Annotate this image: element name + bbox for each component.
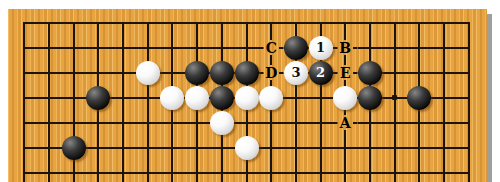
intersection-L18[interactable]: C xyxy=(259,35,284,60)
intersection-H14[interactable] xyxy=(185,135,210,160)
intersection-J17[interactable] xyxy=(210,60,235,85)
intersection-O13[interactable] xyxy=(333,160,358,182)
black-stone xyxy=(210,61,234,85)
intersection-H13[interactable] xyxy=(185,160,210,182)
intersection-R15[interactable] xyxy=(407,110,432,135)
intersection-R14[interactable] xyxy=(407,135,432,160)
intersection-A17[interactable] xyxy=(12,60,37,85)
intersection-R16[interactable] xyxy=(407,85,432,110)
intersection-K17[interactable] xyxy=(234,60,259,85)
intersection-P17[interactable] xyxy=(358,60,383,85)
intersection-K19[interactable] xyxy=(234,10,259,35)
intersection-D15[interactable] xyxy=(86,110,111,135)
intersection-F19[interactable] xyxy=(135,10,160,35)
label-C: C xyxy=(266,40,277,56)
intersection-G18[interactable] xyxy=(160,35,185,60)
intersection-G19[interactable] xyxy=(160,10,185,35)
intersection-Q16[interactable] xyxy=(382,85,407,110)
intersection-F13[interactable] xyxy=(135,160,160,182)
intersection-O18[interactable]: B xyxy=(333,35,358,60)
black-stone xyxy=(407,86,431,110)
intersection-L17[interactable]: D xyxy=(259,60,284,85)
intersection-O15[interactable]: A xyxy=(333,110,358,135)
label-B: B xyxy=(339,40,351,56)
white-stone xyxy=(185,86,209,110)
intersection-A15[interactable] xyxy=(12,110,37,135)
intersection-S16[interactable] xyxy=(432,85,457,110)
black-stone xyxy=(62,136,86,160)
intersection-L13[interactable] xyxy=(259,160,284,182)
intersection-C14[interactable] xyxy=(61,135,86,160)
intersection-O16[interactable] xyxy=(333,85,358,110)
intersection-N16[interactable] xyxy=(308,85,333,110)
intersection-A14[interactable] xyxy=(12,135,37,160)
black-stone xyxy=(358,86,382,110)
intersection-B15[interactable] xyxy=(37,110,62,135)
intersection-A18[interactable] xyxy=(12,35,37,60)
intersection-F17[interactable] xyxy=(135,60,160,85)
label-A: A xyxy=(340,115,351,131)
intersection-T15[interactable] xyxy=(456,110,481,135)
intersection-E15[interactable] xyxy=(111,110,136,135)
intersection-F15[interactable] xyxy=(135,110,160,135)
intersection-S19[interactable] xyxy=(432,10,457,35)
white-stone xyxy=(259,86,283,110)
intersection-L14[interactable] xyxy=(259,135,284,160)
white-stone xyxy=(235,136,259,160)
intersection-B14[interactable] xyxy=(37,135,62,160)
intersection-D14[interactable] xyxy=(86,135,111,160)
intersection-H15[interactable] xyxy=(185,110,210,135)
intersection-Q15[interactable] xyxy=(382,110,407,135)
goban-grid: C1BD32EA xyxy=(12,10,481,182)
intersection-N13[interactable] xyxy=(308,160,333,182)
intersection-P15[interactable] xyxy=(358,110,383,135)
intersection-K18[interactable] xyxy=(234,35,259,60)
intersection-S17[interactable] xyxy=(432,60,457,85)
label-E: E xyxy=(340,65,351,81)
intersection-E17[interactable] xyxy=(111,60,136,85)
intersection-A13[interactable] xyxy=(12,160,37,182)
intersection-B13[interactable] xyxy=(37,160,62,182)
intersection-K15[interactable] xyxy=(234,110,259,135)
intersection-T16[interactable] xyxy=(456,85,481,110)
intersection-M15[interactable] xyxy=(284,110,309,135)
intersection-G16[interactable] xyxy=(160,85,185,110)
black-stone xyxy=(235,61,259,85)
intersection-H17[interactable] xyxy=(185,60,210,85)
intersection-J16[interactable] xyxy=(210,85,235,110)
intersection-P16[interactable] xyxy=(358,85,383,110)
intersection-N18[interactable]: 1 xyxy=(308,35,333,60)
intersection-G15[interactable] xyxy=(160,110,185,135)
intersection-O17[interactable]: E xyxy=(333,60,358,85)
intersection-N14[interactable] xyxy=(308,135,333,160)
intersection-B18[interactable] xyxy=(37,35,62,60)
intersection-J19[interactable] xyxy=(210,10,235,35)
intersection-Q14[interactable] xyxy=(382,135,407,160)
intersection-G14[interactable] xyxy=(160,135,185,160)
intersection-E18[interactable] xyxy=(111,35,136,60)
intersection-A19[interactable] xyxy=(12,10,37,35)
intersection-E16[interactable] xyxy=(111,85,136,110)
intersection-Q13[interactable] xyxy=(382,160,407,182)
intersection-M19[interactable] xyxy=(284,10,309,35)
white-stone xyxy=(235,86,259,110)
intersection-M13[interactable] xyxy=(284,160,309,182)
intersection-M14[interactable] xyxy=(284,135,309,160)
intersection-A16[interactable] xyxy=(12,85,37,110)
intersection-R19[interactable] xyxy=(407,10,432,35)
intersection-J13[interactable] xyxy=(210,160,235,182)
intersection-F18[interactable] xyxy=(135,35,160,60)
intersection-T13[interactable] xyxy=(456,160,481,182)
black-stone xyxy=(210,86,234,110)
intersection-P18[interactable] xyxy=(358,35,383,60)
intersection-C19[interactable] xyxy=(61,10,86,35)
intersection-N17[interactable]: 2 xyxy=(308,60,333,85)
intersection-B19[interactable] xyxy=(37,10,62,35)
intersection-K14[interactable] xyxy=(234,135,259,160)
intersection-T14[interactable] xyxy=(456,135,481,160)
intersection-S14[interactable] xyxy=(432,135,457,160)
intersection-L15[interactable] xyxy=(259,110,284,135)
intersection-S15[interactable] xyxy=(432,110,457,135)
intersection-D18[interactable] xyxy=(86,35,111,60)
intersection-Q18[interactable] xyxy=(382,35,407,60)
intersection-T17[interactable] xyxy=(456,60,481,85)
intersection-K13[interactable] xyxy=(234,160,259,182)
intersection-L16[interactable] xyxy=(259,85,284,110)
white-stone: 3 xyxy=(284,61,308,85)
intersection-M16[interactable] xyxy=(284,85,309,110)
black-stone xyxy=(284,36,308,60)
intersection-L19[interactable] xyxy=(259,10,284,35)
intersection-J18[interactable] xyxy=(210,35,235,60)
intersection-R17[interactable] xyxy=(407,60,432,85)
intersection-E19[interactable] xyxy=(111,10,136,35)
white-stone: 1 xyxy=(309,36,333,60)
intersection-C18[interactable] xyxy=(61,35,86,60)
intersection-O19[interactable] xyxy=(333,10,358,35)
intersection-M18[interactable] xyxy=(284,35,309,60)
intersection-J15[interactable] xyxy=(210,110,235,135)
intersection-S18[interactable] xyxy=(432,35,457,60)
intersection-D16[interactable] xyxy=(86,85,111,110)
intersection-R18[interactable] xyxy=(407,35,432,60)
intersection-H18[interactable] xyxy=(185,35,210,60)
intersection-O14[interactable] xyxy=(333,135,358,160)
intersection-C15[interactable] xyxy=(61,110,86,135)
intersection-G17[interactable] xyxy=(160,60,185,85)
intersection-C16[interactable] xyxy=(61,85,86,110)
white-stone xyxy=(210,111,234,135)
intersection-T18[interactable] xyxy=(456,35,481,60)
intersection-N15[interactable] xyxy=(308,110,333,135)
intersection-P13[interactable] xyxy=(358,160,383,182)
intersection-C17[interactable] xyxy=(61,60,86,85)
intersection-P14[interactable] xyxy=(358,135,383,160)
white-stone xyxy=(160,86,184,110)
intersection-K16[interactable] xyxy=(234,85,259,110)
intersection-E14[interactable] xyxy=(111,135,136,160)
go-board[interactable]: C1BD32EA xyxy=(8,9,487,182)
label-D: D xyxy=(265,65,277,81)
intersection-Q17[interactable] xyxy=(382,60,407,85)
white-stone xyxy=(136,61,160,85)
intersection-F14[interactable] xyxy=(135,135,160,160)
go-diagram: C1BD32EA xyxy=(0,0,500,182)
intersection-D19[interactable] xyxy=(86,10,111,35)
intersection-B17[interactable] xyxy=(37,60,62,85)
intersection-C13[interactable] xyxy=(61,160,86,182)
intersection-D13[interactable] xyxy=(86,160,111,182)
intersection-E13[interactable] xyxy=(111,160,136,182)
black-stone xyxy=(86,86,110,110)
white-stone xyxy=(333,86,357,110)
intersection-Q19[interactable] xyxy=(382,10,407,35)
intersection-G13[interactable] xyxy=(160,160,185,182)
intersection-S13[interactable] xyxy=(432,160,457,182)
intersection-M17[interactable]: 3 xyxy=(284,60,309,85)
black-stone xyxy=(358,61,382,85)
intersection-T19[interactable] xyxy=(456,10,481,35)
black-stone: 2 xyxy=(309,61,333,85)
star-point xyxy=(392,95,397,100)
intersection-F16[interactable] xyxy=(135,85,160,110)
intersection-B16[interactable] xyxy=(37,85,62,110)
intersection-H19[interactable] xyxy=(185,10,210,35)
intersection-J14[interactable] xyxy=(210,135,235,160)
intersection-R13[interactable] xyxy=(407,160,432,182)
intersection-H16[interactable] xyxy=(185,85,210,110)
intersection-N19[interactable] xyxy=(308,10,333,35)
intersection-P19[interactable] xyxy=(358,10,383,35)
intersection-D17[interactable] xyxy=(86,60,111,85)
black-stone xyxy=(185,61,209,85)
